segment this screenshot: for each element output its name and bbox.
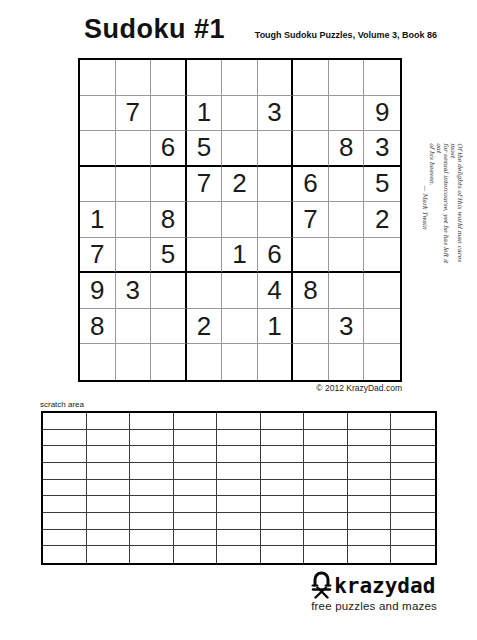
scratch-cell-r4c9[interactable] — [391, 463, 435, 480]
scratch-cell-r7c2[interactable] — [87, 513, 131, 530]
scratch-cell-r2c7[interactable] — [304, 430, 348, 447]
scratch-cell-r6c1[interactable] — [43, 496, 87, 513]
sudoku-cell-r3c1[interactable] — [80, 131, 116, 167]
sudoku-cell-r1c8[interactable] — [329, 60, 365, 96]
sudoku-cell-r8c4[interactable]: 2 — [187, 309, 223, 345]
sudoku-cell-r3c8[interactable]: 8 — [329, 131, 365, 167]
sudoku-cell-r8c8[interactable]: 3 — [329, 309, 365, 345]
krazydad-wordmark: krazydad — [334, 573, 435, 599]
scratch-cell-r9c4[interactable] — [174, 546, 218, 563]
scratch-cell-r1c4[interactable] — [174, 413, 218, 430]
page-title: Sudoku #1 — [84, 14, 225, 45]
sudoku-cell-r5c4[interactable] — [187, 202, 223, 238]
sudoku-cell-r2c6[interactable]: 3 — [258, 96, 294, 132]
sudoku-cell-r3c5[interactable] — [222, 131, 258, 167]
scratch-cell-r6c3[interactable] — [130, 496, 174, 513]
sudoku-cell-r4c9[interactable]: 5 — [364, 167, 400, 203]
scratch-cell-r7c7[interactable] — [304, 513, 348, 530]
sudoku-cell-r9c7[interactable] — [293, 344, 329, 380]
quote-line: of his heaven. — [429, 143, 436, 269]
scratch-cell-r8c3[interactable] — [130, 530, 174, 547]
sudoku-cell-r7c9[interactable] — [364, 273, 400, 309]
sudoku-cell-r9c2[interactable] — [116, 344, 152, 380]
scratch-cell-r4c4[interactable] — [174, 463, 218, 480]
scratch-cell-r7c3[interactable] — [130, 513, 174, 530]
scratch-area-label: scratch area — [40, 400, 84, 409]
sudoku-cell-r5c9[interactable]: 2 — [364, 202, 400, 238]
scratch-cell-r5c8[interactable] — [348, 480, 392, 497]
sudoku-cell-r2c4[interactable]: 1 — [187, 96, 223, 132]
sudoku-cell-r7c6[interactable]: 4 — [258, 273, 294, 309]
sudoku-cell-r6c6[interactable]: 6 — [258, 238, 294, 274]
sudoku-cell-r4c3[interactable] — [151, 167, 187, 203]
scratch-cell-r7c4[interactable] — [174, 513, 218, 530]
sudoku-cell-r1c9[interactable] — [364, 60, 400, 96]
sudoku-cell-r1c3[interactable] — [151, 60, 187, 96]
scratch-cell-r7c9[interactable] — [391, 513, 435, 530]
scratch-cell-r3c6[interactable] — [261, 446, 305, 463]
sudoku-cell-r5c8[interactable] — [329, 202, 365, 238]
sudoku-cell-r6c5[interactable]: 1 — [222, 238, 258, 274]
sudoku-cell-r6c4[interactable] — [187, 238, 223, 274]
sudoku-cell-r8c9[interactable] — [364, 309, 400, 345]
sudoku-cell-r1c4[interactable] — [187, 60, 223, 96]
scratch-cell-r7c5[interactable] — [217, 513, 261, 530]
sudoku-cell-r3c7[interactable] — [293, 131, 329, 167]
scratch-cell-r6c4[interactable] — [174, 496, 218, 513]
scratch-cell-r3c1[interactable] — [43, 446, 87, 463]
sudoku-cell-r4c2[interactable] — [116, 167, 152, 203]
scratch-cell-r2c6[interactable] — [261, 430, 305, 447]
sudoku-cell-r1c2[interactable] — [116, 60, 152, 96]
sudoku-cell-r5c1[interactable]: 1 — [80, 202, 116, 238]
sudoku-cell-r5c6[interactable] — [258, 202, 294, 238]
sudoku-cell-r2c5[interactable] — [222, 96, 258, 132]
sudoku-cell-r8c3[interactable] — [151, 309, 187, 345]
scratch-cell-r1c7[interactable] — [304, 413, 348, 430]
sudoku-board: 7139658372651872751693488213 — [78, 58, 402, 382]
sudoku-cell-r8c7[interactable] — [293, 309, 329, 345]
scratch-cell-r8c1[interactable] — [43, 530, 87, 547]
sudoku-cell-r7c1[interactable]: 9 — [80, 273, 116, 309]
sudoku-cell-r5c5[interactable] — [222, 202, 258, 238]
sudoku-cell-r4c5[interactable]: 2 — [222, 167, 258, 203]
sudoku-cell-r6c2[interactable] — [116, 238, 152, 274]
krazydad-figure-icon — [311, 570, 332, 599]
scratch-cell-r3c7[interactable] — [304, 446, 348, 463]
scratch-cell-r8c7[interactable] — [304, 530, 348, 547]
scratch-cell-r2c9[interactable] — [391, 430, 435, 447]
sudoku-cell-r9c9[interactable] — [364, 344, 400, 380]
scratch-cell-r8c6[interactable] — [261, 530, 305, 547]
scratch-cell-r9c9[interactable] — [391, 546, 435, 563]
sudoku-cell-r3c6[interactable] — [258, 131, 294, 167]
scratch-cell-r4c1[interactable] — [43, 463, 87, 480]
sudoku-cell-r4c4[interactable]: 7 — [187, 167, 223, 203]
scratch-cell-r5c2[interactable] — [87, 480, 131, 497]
sudoku-cell-r8c1[interactable]: 8 — [80, 309, 116, 345]
scratch-cell-r8c4[interactable] — [174, 530, 218, 547]
sudoku-cell-r1c7[interactable] — [293, 60, 329, 96]
scratch-cell-r9c6[interactable] — [261, 546, 305, 563]
scratch-cell-r2c5[interactable] — [217, 430, 261, 447]
sudoku-cell-r7c8[interactable] — [329, 273, 365, 309]
logo-tagline: free puzzles and mazes — [311, 600, 437, 612]
scratch-cell-r9c3[interactable] — [130, 546, 174, 563]
scratch-cell-r1c2[interactable] — [87, 413, 131, 430]
scratch-cell-r5c6[interactable] — [261, 480, 305, 497]
sudoku-cell-r8c2[interactable] — [116, 309, 152, 345]
scratch-cell-r2c2[interactable] — [87, 430, 131, 447]
sudoku-cell-r2c9[interactable]: 9 — [364, 96, 400, 132]
sudoku-cell-r6c7[interactable] — [293, 238, 329, 274]
sudoku-cell-r7c2[interactable]: 3 — [116, 273, 152, 309]
sudoku-cell-r5c3[interactable]: 8 — [151, 202, 187, 238]
sudoku-cell-r4c6[interactable] — [258, 167, 294, 203]
scratch-cell-r8c5[interactable] — [217, 530, 261, 547]
scratch-cell-r7c1[interactable] — [43, 513, 87, 530]
sudoku-cell-r8c5[interactable] — [222, 309, 258, 345]
sudoku-cell-r1c1[interactable] — [80, 60, 116, 96]
scratch-cell-r4c8[interactable] — [348, 463, 392, 480]
scratch-cell-r2c1[interactable] — [43, 430, 87, 447]
scratch-cell-r1c3[interactable] — [130, 413, 174, 430]
scratch-cell-r1c6[interactable] — [261, 413, 305, 430]
sudoku-cell-r7c7[interactable]: 8 — [293, 273, 329, 309]
scratch-cell-r6c6[interactable] — [261, 496, 305, 513]
sudoku-cell-r9c3[interactable] — [151, 344, 187, 380]
scratch-cell-r9c1[interactable] — [43, 546, 87, 563]
sudoku-cell-r5c2[interactable] — [116, 202, 152, 238]
sudoku-cell-r4c1[interactable] — [80, 167, 116, 203]
scratch-cell-r8c9[interactable] — [391, 530, 435, 547]
sudoku-cell-r7c3[interactable] — [151, 273, 187, 309]
sudoku-cell-r4c8[interactable] — [329, 167, 365, 203]
quote-line: Of the delights of this world man cares … — [450, 143, 464, 269]
sudoku-cell-r3c4[interactable]: 5 — [187, 131, 223, 167]
scratch-cell-r8c8[interactable] — [348, 530, 392, 547]
scratch-cell-r3c2[interactable] — [87, 446, 131, 463]
sudoku-cell-r6c9[interactable] — [364, 238, 400, 274]
scratch-cell-r5c9[interactable] — [391, 480, 435, 497]
scratch-cell-r7c6[interactable] — [261, 513, 305, 530]
scratch-cell-r5c5[interactable] — [217, 480, 261, 497]
scratch-cell-r2c3[interactable] — [130, 430, 174, 447]
scratch-cell-r3c5[interactable] — [217, 446, 261, 463]
scratch-cell-r9c2[interactable] — [87, 546, 131, 563]
scratch-cell-r6c7[interactable] — [304, 496, 348, 513]
scratch-cell-r3c9[interactable] — [391, 446, 435, 463]
scratch-cell-r8c2[interactable] — [87, 530, 131, 547]
sudoku-cell-r4c7[interactable]: 6 — [293, 167, 329, 203]
sudoku-cell-r3c2[interactable] — [116, 131, 152, 167]
scratch-cell-r9c8[interactable] — [348, 546, 392, 563]
scratch-cell-r4c7[interactable] — [304, 463, 348, 480]
scratch-cell-r7c8[interactable] — [348, 513, 392, 530]
scratch-cell-r4c2[interactable] — [87, 463, 131, 480]
sudoku-cell-r2c8[interactable] — [329, 96, 365, 132]
sudoku-cell-r9c5[interactable] — [222, 344, 258, 380]
scratch-cell-r6c2[interactable] — [87, 496, 131, 513]
sudoku-cell-r8c6[interactable]: 1 — [258, 309, 294, 345]
scratch-cell-r3c8[interactable] — [348, 446, 392, 463]
scratch-cell-r6c8[interactable] — [348, 496, 392, 513]
scratch-cell-r9c7[interactable] — [304, 546, 348, 563]
quote-line: for sexual intercourse, yet he has left … — [436, 143, 450, 269]
sudoku-cell-r2c2[interactable]: 7 — [116, 96, 152, 132]
sudoku-cell-r7c4[interactable] — [187, 273, 223, 309]
sudoku-cell-r9c8[interactable] — [329, 344, 365, 380]
scratch-cell-r1c9[interactable] — [391, 413, 435, 430]
scratch-cell-r3c4[interactable] — [174, 446, 218, 463]
sudoku-cell-r6c3[interactable]: 5 — [151, 238, 187, 274]
scratch-cell-r1c8[interactable] — [348, 413, 392, 430]
scratch-cell-r4c6[interactable] — [261, 463, 305, 480]
scratch-cell-r5c1[interactable] — [43, 480, 87, 497]
scratch-cell-r1c5[interactable] — [217, 413, 261, 430]
sudoku-cell-r7c5[interactable] — [222, 273, 258, 309]
scratch-cell-r5c7[interactable] — [304, 480, 348, 497]
scratch-cell-r2c4[interactable] — [174, 430, 218, 447]
sudoku-cell-r9c4[interactable] — [187, 344, 223, 380]
scratch-cell-r3c3[interactable] — [130, 446, 174, 463]
quote-attribution: — Mark Twain — [422, 143, 429, 269]
sudoku-cell-r3c3[interactable]: 6 — [151, 131, 187, 167]
sudoku-cell-r2c1[interactable] — [80, 96, 116, 132]
sudoku-cell-r2c3[interactable] — [151, 96, 187, 132]
scratch-cell-r5c4[interactable] — [174, 480, 218, 497]
page-subtitle: Tough Sudoku Puzzles, Volume 3, Book 86 — [255, 30, 437, 40]
scratch-cell-r1c1[interactable] — [43, 413, 87, 430]
scratch-cell-r6c5[interactable] — [217, 496, 261, 513]
sudoku-cell-r6c1[interactable]: 7 — [80, 238, 116, 274]
sudoku-cell-r1c6[interactable] — [258, 60, 294, 96]
sudoku-cell-r1c5[interactable] — [222, 60, 258, 96]
copyright-text: © 2012 KrazyDad.com — [316, 383, 402, 393]
krazydad-logo: krazydad free puzzles and mazes — [311, 570, 437, 612]
scratch-cell-r6c9[interactable] — [391, 496, 435, 513]
sudoku-cell-r6c8[interactable] — [329, 238, 365, 274]
sudoku-cell-r9c1[interactable] — [80, 344, 116, 380]
scratch-area-grid — [41, 411, 437, 565]
scratch-cell-r4c5[interactable] — [217, 463, 261, 480]
scratch-cell-r4c3[interactable] — [130, 463, 174, 480]
scratch-cell-r2c8[interactable] — [348, 430, 392, 447]
scratch-cell-r5c3[interactable] — [130, 480, 174, 497]
sudoku-cell-r5c7[interactable]: 7 — [293, 202, 329, 238]
margin-quote: Of the delights of this world man cares … — [422, 143, 464, 269]
sudoku-cell-r2c7[interactable] — [293, 96, 329, 132]
sudoku-cell-r9c6[interactable] — [258, 344, 294, 380]
sudoku-cell-r3c9[interactable]: 3 — [364, 131, 400, 167]
scratch-cell-r9c5[interactable] — [217, 546, 261, 563]
